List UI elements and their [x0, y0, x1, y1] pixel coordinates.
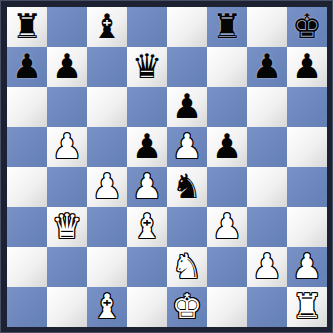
square-b6[interactable]: [47, 87, 87, 127]
piece-black-bishop[interactable]: ♝: [92, 6, 122, 46]
piece-white-bishop[interactable]: ♝: [132, 206, 162, 246]
square-h5[interactable]: [287, 127, 327, 167]
square-c5[interactable]: [87, 127, 127, 167]
square-f7[interactable]: [207, 47, 247, 87]
piece-white-pawn[interactable]: ♟: [172, 126, 202, 166]
square-a7[interactable]: ♟: [7, 47, 47, 87]
square-e5[interactable]: ♟: [167, 127, 207, 167]
square-d6[interactable]: [127, 87, 167, 127]
piece-white-bishop[interactable]: ♝: [92, 286, 122, 326]
square-g3[interactable]: [247, 207, 287, 247]
piece-black-pawn[interactable]: ♟: [52, 46, 82, 86]
square-a3[interactable]: [7, 207, 47, 247]
square-g7[interactable]: ♟: [247, 47, 287, 87]
square-f4[interactable]: [207, 167, 247, 207]
square-e6[interactable]: ♟: [167, 87, 207, 127]
square-d2[interactable]: [127, 247, 167, 287]
square-g2[interactable]: ♟: [247, 247, 287, 287]
square-h2[interactable]: ♟: [287, 247, 327, 287]
square-e2[interactable]: ♞: [167, 247, 207, 287]
square-g4[interactable]: [247, 167, 287, 207]
square-e4[interactable]: ♞: [167, 167, 207, 207]
square-e1[interactable]: ♚: [167, 287, 207, 327]
square-b3[interactable]: ♛: [47, 207, 87, 247]
square-d1[interactable]: [127, 287, 167, 327]
square-d8[interactable]: [127, 7, 167, 47]
square-h3[interactable]: [287, 207, 327, 247]
piece-white-queen[interactable]: ♛: [52, 206, 82, 246]
square-a1[interactable]: [7, 287, 47, 327]
square-c2[interactable]: [87, 247, 127, 287]
square-c4[interactable]: ♟: [87, 167, 127, 207]
square-h8[interactable]: ♚: [287, 7, 327, 47]
square-h4[interactable]: [287, 167, 327, 207]
square-a4[interactable]: [7, 167, 47, 207]
square-f1[interactable]: [207, 287, 247, 327]
square-g8[interactable]: [247, 7, 287, 47]
piece-black-pawn[interactable]: ♟: [252, 46, 282, 86]
piece-black-king[interactable]: ♚: [292, 6, 322, 46]
square-a2[interactable]: [7, 247, 47, 287]
piece-black-queen[interactable]: ♛: [132, 46, 162, 86]
square-c1[interactable]: ♝: [87, 287, 127, 327]
square-g6[interactable]: [247, 87, 287, 127]
square-d5[interactable]: ♟: [127, 127, 167, 167]
piece-white-king[interactable]: ♚: [172, 286, 202, 326]
square-c7[interactable]: [87, 47, 127, 87]
square-f3[interactable]: ♟: [207, 207, 247, 247]
square-c6[interactable]: [87, 87, 127, 127]
square-b5[interactable]: ♟: [47, 127, 87, 167]
piece-black-rook[interactable]: ♜: [212, 6, 242, 46]
piece-black-pawn[interactable]: ♟: [212, 126, 242, 166]
piece-black-pawn[interactable]: ♟: [172, 86, 202, 126]
square-b8[interactable]: [47, 7, 87, 47]
piece-black-pawn[interactable]: ♟: [132, 126, 162, 166]
square-f2[interactable]: [207, 247, 247, 287]
square-d3[interactable]: ♝: [127, 207, 167, 247]
piece-white-pawn[interactable]: ♟: [292, 246, 322, 286]
square-e8[interactable]: [167, 7, 207, 47]
square-a5[interactable]: [7, 127, 47, 167]
piece-white-pawn[interactable]: ♟: [132, 166, 162, 206]
square-b2[interactable]: [47, 247, 87, 287]
square-d4[interactable]: ♟: [127, 167, 167, 207]
square-g1[interactable]: [247, 287, 287, 327]
piece-black-rook[interactable]: ♜: [12, 6, 42, 46]
piece-black-pawn[interactable]: ♟: [292, 46, 322, 86]
chess-board: ♜♝♜♚♟♟♛♟♟♟♟♟♟♟♟♟♞♛♝♟♞♟♟♝♚♜: [7, 7, 327, 327]
square-e3[interactable]: [167, 207, 207, 247]
piece-white-rook[interactable]: ♜: [292, 286, 322, 326]
piece-black-knight[interactable]: ♞: [172, 166, 202, 206]
piece-white-pawn[interactable]: ♟: [52, 126, 82, 166]
square-f8[interactable]: ♜: [207, 7, 247, 47]
square-c8[interactable]: ♝: [87, 7, 127, 47]
piece-white-pawn[interactable]: ♟: [92, 166, 122, 206]
square-h7[interactable]: ♟: [287, 47, 327, 87]
piece-white-pawn[interactable]: ♟: [212, 206, 242, 246]
square-a6[interactable]: [7, 87, 47, 127]
square-g5[interactable]: [247, 127, 287, 167]
square-f5[interactable]: ♟: [207, 127, 247, 167]
square-d7[interactable]: ♛: [127, 47, 167, 87]
square-h6[interactable]: [287, 87, 327, 127]
piece-white-knight[interactable]: ♞: [172, 246, 202, 286]
square-b7[interactable]: ♟: [47, 47, 87, 87]
piece-black-pawn[interactable]: ♟: [12, 46, 42, 86]
square-f6[interactable]: [207, 87, 247, 127]
piece-white-pawn[interactable]: ♟: [252, 246, 282, 286]
square-b1[interactable]: [47, 287, 87, 327]
square-e7[interactable]: [167, 47, 207, 87]
square-b4[interactable]: [47, 167, 87, 207]
square-h1[interactable]: ♜: [287, 287, 327, 327]
square-a8[interactable]: ♜: [7, 7, 47, 47]
square-c3[interactable]: [87, 207, 127, 247]
chess-board-window: ♜♝♜♚♟♟♛♟♟♟♟♟♟♟♟♟♞♛♝♟♞♟♟♝♚♜: [0, 0, 333, 333]
